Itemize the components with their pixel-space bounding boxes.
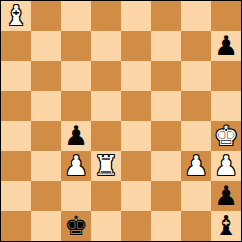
- square-c5[interactable]: [61, 91, 91, 121]
- square-e1[interactable]: [121, 211, 151, 241]
- square-a6[interactable]: [1, 61, 31, 91]
- square-f8[interactable]: [151, 1, 181, 31]
- white-king-h4[interactable]: ♚: [214, 121, 238, 151]
- square-b1[interactable]: [31, 211, 61, 241]
- square-d8[interactable]: [91, 1, 121, 31]
- square-b5[interactable]: [31, 91, 61, 121]
- square-c8[interactable]: [61, 1, 91, 31]
- square-d4[interactable]: [91, 121, 121, 151]
- square-d1[interactable]: [91, 211, 121, 241]
- square-b2[interactable]: [31, 181, 61, 211]
- square-d5[interactable]: [91, 91, 121, 121]
- square-g1[interactable]: [181, 211, 211, 241]
- white-pawn-h3[interactable]: ♟: [214, 151, 238, 181]
- square-c2[interactable]: [61, 181, 91, 211]
- square-f7[interactable]: [151, 31, 181, 61]
- white-pawn-g3[interactable]: ♟: [184, 151, 208, 181]
- square-a7[interactable]: [1, 31, 31, 61]
- square-g5[interactable]: [181, 91, 211, 121]
- square-d6[interactable]: [91, 61, 121, 91]
- square-b8[interactable]: [31, 1, 61, 31]
- square-e8[interactable]: [121, 1, 151, 31]
- square-g2[interactable]: [181, 181, 211, 211]
- square-a4[interactable]: [1, 121, 31, 151]
- square-e5[interactable]: [121, 91, 151, 121]
- square-c7[interactable]: [61, 31, 91, 61]
- black-pawn-h2[interactable]: ♟: [214, 181, 238, 211]
- square-d2[interactable]: [91, 181, 121, 211]
- white-bishop-a8[interactable]: ♝: [4, 1, 28, 31]
- square-b3[interactable]: [31, 151, 61, 181]
- square-c1[interactable]: ♚: [61, 211, 91, 241]
- white-pawn-c3[interactable]: ♟: [64, 151, 88, 181]
- square-b6[interactable]: [31, 61, 61, 91]
- white-rook-d3[interactable]: ♜: [94, 151, 118, 181]
- square-f6[interactable]: [151, 61, 181, 91]
- square-a1[interactable]: [1, 211, 31, 241]
- square-g8[interactable]: [181, 1, 211, 31]
- square-c3[interactable]: ♟: [61, 151, 91, 181]
- square-d7[interactable]: [91, 31, 121, 61]
- square-c4[interactable]: ♟: [61, 121, 91, 151]
- square-e2[interactable]: [121, 181, 151, 211]
- square-a2[interactable]: [1, 181, 31, 211]
- square-h4[interactable]: ♚: [211, 121, 241, 151]
- square-f1[interactable]: [151, 211, 181, 241]
- square-f4[interactable]: [151, 121, 181, 151]
- black-pawn-h7[interactable]: ♟: [214, 31, 238, 61]
- square-h2[interactable]: ♟: [211, 181, 241, 211]
- square-h7[interactable]: ♟: [211, 31, 241, 61]
- square-g4[interactable]: [181, 121, 211, 151]
- square-d3[interactable]: ♜: [91, 151, 121, 181]
- square-f5[interactable]: [151, 91, 181, 121]
- square-a3[interactable]: [1, 151, 31, 181]
- square-h3[interactable]: ♟: [211, 151, 241, 181]
- square-f3[interactable]: [151, 151, 181, 181]
- square-c6[interactable]: [61, 61, 91, 91]
- square-g7[interactable]: [181, 31, 211, 61]
- square-h8[interactable]: [211, 1, 241, 31]
- square-e4[interactable]: [121, 121, 151, 151]
- square-h5[interactable]: [211, 91, 241, 121]
- square-a8[interactable]: ♝: [1, 1, 31, 31]
- black-pawn-c4[interactable]: ♟: [64, 121, 88, 151]
- square-b4[interactable]: [31, 121, 61, 151]
- chess-board[interactable]: ♝♟♟♚♟♜♟♟♟♚♝: [1, 1, 241, 241]
- square-f2[interactable]: [151, 181, 181, 211]
- square-e7[interactable]: [121, 31, 151, 61]
- square-a5[interactable]: [1, 91, 31, 121]
- black-bishop-h1[interactable]: ♝: [214, 211, 238, 241]
- square-e3[interactable]: [121, 151, 151, 181]
- square-g3[interactable]: ♟: [181, 151, 211, 181]
- square-h6[interactable]: [211, 61, 241, 91]
- chess-board-frame: ♝♟♟♚♟♜♟♟♟♚♝: [0, 0, 242, 242]
- square-g6[interactable]: [181, 61, 211, 91]
- black-king-c1[interactable]: ♚: [64, 211, 88, 241]
- square-b7[interactable]: [31, 31, 61, 61]
- square-e6[interactable]: [121, 61, 151, 91]
- square-h1[interactable]: ♝: [211, 211, 241, 241]
